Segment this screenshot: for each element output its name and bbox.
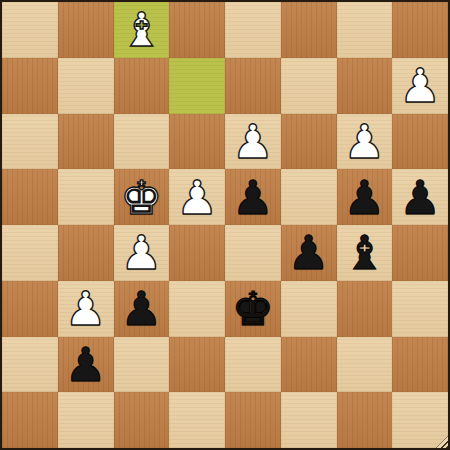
square-c6[interactable] xyxy=(114,114,170,170)
white-pawn[interactable]: ♟ xyxy=(399,62,441,109)
square-b8[interactable] xyxy=(58,2,114,58)
black-king[interactable]: ♚ xyxy=(232,285,274,332)
square-h6[interactable] xyxy=(392,114,448,170)
square-a2[interactable] xyxy=(2,337,58,393)
square-g4[interactable]: ♝ xyxy=(337,225,393,281)
square-f1[interactable] xyxy=(281,392,337,448)
square-a3[interactable] xyxy=(2,281,58,337)
white-pawn[interactable]: ♟ xyxy=(120,229,162,276)
square-g7[interactable] xyxy=(337,58,393,114)
square-f2[interactable] xyxy=(281,337,337,393)
chess-board-frame: ♝♟♟♟♚♟♟♟♟♟♟♝♟♟♚♟ xyxy=(0,0,450,450)
square-d7[interactable] xyxy=(169,58,225,114)
square-b4[interactable] xyxy=(58,225,114,281)
square-f5[interactable] xyxy=(281,169,337,225)
square-e7[interactable] xyxy=(225,58,281,114)
black-pawn[interactable]: ♟ xyxy=(288,229,330,276)
square-b5[interactable] xyxy=(58,169,114,225)
square-e6[interactable]: ♟ xyxy=(225,114,281,170)
square-c8[interactable]: ♝ xyxy=(114,2,170,58)
square-a7[interactable] xyxy=(2,58,58,114)
black-bishop[interactable]: ♝ xyxy=(343,229,385,276)
square-d1[interactable] xyxy=(169,392,225,448)
square-c3[interactable]: ♟ xyxy=(114,281,170,337)
square-f3[interactable] xyxy=(281,281,337,337)
square-a8[interactable] xyxy=(2,2,58,58)
white-pawn[interactable]: ♟ xyxy=(232,118,274,165)
white-bishop[interactable]: ♝ xyxy=(120,6,162,53)
square-f4[interactable]: ♟ xyxy=(281,225,337,281)
black-pawn[interactable]: ♟ xyxy=(232,174,274,221)
black-pawn[interactable]: ♟ xyxy=(343,174,385,221)
square-h8[interactable] xyxy=(392,2,448,58)
square-c1[interactable] xyxy=(114,392,170,448)
square-d5[interactable]: ♟ xyxy=(169,169,225,225)
square-h5[interactable]: ♟ xyxy=(392,169,448,225)
square-f7[interactable] xyxy=(281,58,337,114)
white-pawn[interactable]: ♟ xyxy=(343,118,385,165)
square-h2[interactable] xyxy=(392,337,448,393)
square-a6[interactable] xyxy=(2,114,58,170)
black-pawn[interactable]: ♟ xyxy=(65,341,107,388)
square-h1[interactable] xyxy=(392,392,448,448)
square-e4[interactable] xyxy=(225,225,281,281)
square-f6[interactable] xyxy=(281,114,337,170)
white-king[interactable]: ♚ xyxy=(120,174,162,221)
square-a5[interactable] xyxy=(2,169,58,225)
square-d6[interactable] xyxy=(169,114,225,170)
square-e5[interactable]: ♟ xyxy=(225,169,281,225)
square-e3[interactable]: ♚ xyxy=(225,281,281,337)
square-d8[interactable] xyxy=(169,2,225,58)
square-c2[interactable] xyxy=(114,337,170,393)
square-h4[interactable] xyxy=(392,225,448,281)
square-b2[interactable]: ♟ xyxy=(58,337,114,393)
black-pawn[interactable]: ♟ xyxy=(120,285,162,332)
square-c4[interactable]: ♟ xyxy=(114,225,170,281)
white-pawn[interactable]: ♟ xyxy=(65,285,107,332)
square-f8[interactable] xyxy=(281,2,337,58)
square-g1[interactable] xyxy=(337,392,393,448)
square-g8[interactable] xyxy=(337,2,393,58)
square-d2[interactable] xyxy=(169,337,225,393)
square-c7[interactable] xyxy=(114,58,170,114)
square-e8[interactable] xyxy=(225,2,281,58)
black-pawn[interactable]: ♟ xyxy=(399,174,441,221)
square-e1[interactable] xyxy=(225,392,281,448)
white-pawn[interactable]: ♟ xyxy=(176,174,218,221)
square-g3[interactable] xyxy=(337,281,393,337)
square-b7[interactable] xyxy=(58,58,114,114)
square-b6[interactable] xyxy=(58,114,114,170)
square-d3[interactable] xyxy=(169,281,225,337)
square-c5[interactable]: ♚ xyxy=(114,169,170,225)
square-b1[interactable] xyxy=(58,392,114,448)
square-g2[interactable] xyxy=(337,337,393,393)
square-a4[interactable] xyxy=(2,225,58,281)
square-g5[interactable]: ♟ xyxy=(337,169,393,225)
square-d4[interactable] xyxy=(169,225,225,281)
square-g6[interactable]: ♟ xyxy=(337,114,393,170)
chess-board: ♝♟♟♟♚♟♟♟♟♟♟♝♟♟♚♟ xyxy=(2,2,448,448)
square-a1[interactable] xyxy=(2,392,58,448)
square-h7[interactable]: ♟ xyxy=(392,58,448,114)
square-b3[interactable]: ♟ xyxy=(58,281,114,337)
square-h3[interactable] xyxy=(392,281,448,337)
square-e2[interactable] xyxy=(225,337,281,393)
